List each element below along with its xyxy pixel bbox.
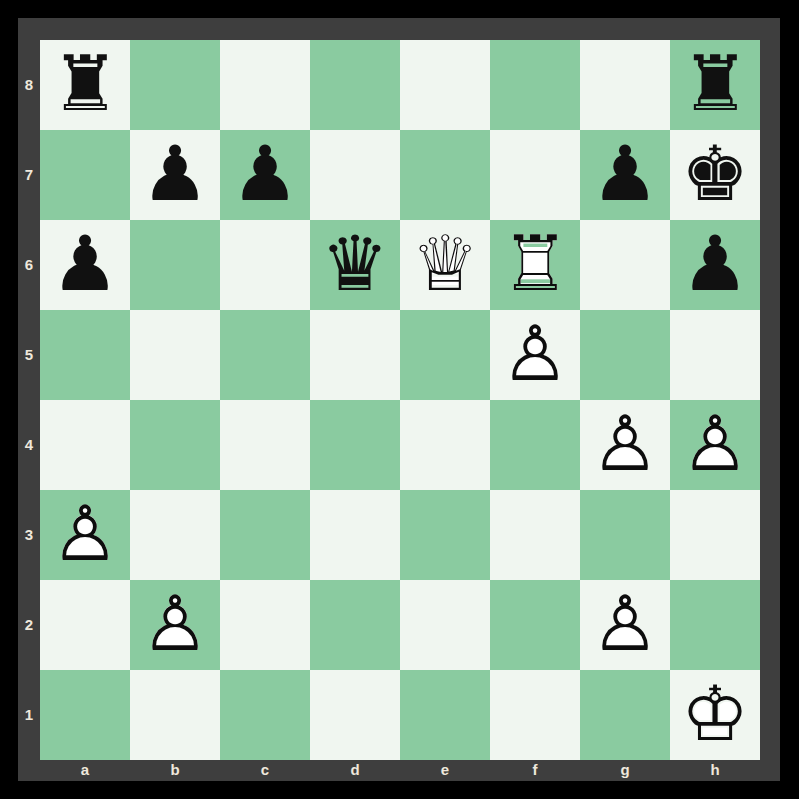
- square-c8[interactable]: [220, 40, 310, 130]
- square-a6[interactable]: ♟: [40, 220, 130, 310]
- square-a4[interactable]: [40, 400, 130, 490]
- square-c1[interactable]: [220, 670, 310, 760]
- white-queen-e6[interactable]: ♛♕: [400, 220, 490, 310]
- white-pawn-a3[interactable]: ♟♙: [40, 490, 130, 580]
- rank-label-4: 4: [18, 400, 40, 490]
- white-rook-f6[interactable]: ♜♖: [490, 220, 580, 310]
- rank-label-7: 7: [18, 130, 40, 220]
- black-piece-glyph: ♟: [670, 220, 760, 310]
- square-b6[interactable]: [130, 220, 220, 310]
- square-e5[interactable]: [400, 310, 490, 400]
- square-f2[interactable]: [490, 580, 580, 670]
- square-h2[interactable]: [670, 580, 760, 670]
- square-b7[interactable]: ♟: [130, 130, 220, 220]
- square-h3[interactable]: [670, 490, 760, 580]
- square-a5[interactable]: [40, 310, 130, 400]
- square-f5[interactable]: ♟♙: [490, 310, 580, 400]
- square-e1[interactable]: [400, 670, 490, 760]
- chess-app-window: ♜♜♟♟♟♚♟♛♛♕♜♖♟♟♙♟♙♟♙♟♙♟♙♟♙♚♔ 87654321abcd…: [0, 0, 799, 799]
- black-piece-glyph: ♛: [310, 220, 400, 310]
- square-h8[interactable]: ♜: [670, 40, 760, 130]
- file-label-a: a: [40, 760, 130, 781]
- black-rook-a8[interactable]: ♜: [40, 40, 130, 130]
- square-d5[interactable]: [310, 310, 400, 400]
- white-piece-outline: ♙: [40, 490, 130, 580]
- white-piece-outline: ♙: [670, 400, 760, 490]
- square-c6[interactable]: [220, 220, 310, 310]
- square-e4[interactable]: [400, 400, 490, 490]
- square-e6[interactable]: ♛♕: [400, 220, 490, 310]
- white-pawn-h4[interactable]: ♟♙: [670, 400, 760, 490]
- square-d4[interactable]: [310, 400, 400, 490]
- white-piece-outline: ♔: [670, 670, 760, 760]
- black-piece-glyph: ♟: [40, 220, 130, 310]
- rank-label-6: 6: [18, 220, 40, 310]
- black-piece-glyph: ♟: [130, 130, 220, 220]
- square-d6[interactable]: ♛: [310, 220, 400, 310]
- rank-label-1: 1: [18, 670, 40, 760]
- black-piece-glyph: ♚: [670, 130, 760, 220]
- square-g6[interactable]: [580, 220, 670, 310]
- white-pawn-g2[interactable]: ♟♙: [580, 580, 670, 670]
- square-e7[interactable]: [400, 130, 490, 220]
- rank-label-8: 8: [18, 40, 40, 130]
- square-c4[interactable]: [220, 400, 310, 490]
- square-g8[interactable]: [580, 40, 670, 130]
- rank-label-5: 5: [18, 310, 40, 400]
- white-piece-outline: ♙: [580, 580, 670, 670]
- square-h1[interactable]: ♚♔: [670, 670, 760, 760]
- square-g2[interactable]: ♟♙: [580, 580, 670, 670]
- file-label-h: h: [670, 760, 760, 781]
- square-b4[interactable]: [130, 400, 220, 490]
- square-c3[interactable]: [220, 490, 310, 580]
- black-piece-glyph: ♟: [220, 130, 310, 220]
- white-pawn-b2[interactable]: ♟♙: [130, 580, 220, 670]
- white-piece-outline: ♕: [400, 220, 490, 310]
- square-h6[interactable]: ♟: [670, 220, 760, 310]
- square-g5[interactable]: [580, 310, 670, 400]
- square-h4[interactable]: ♟♙: [670, 400, 760, 490]
- black-piece-glyph: ♟: [580, 130, 670, 220]
- board: ♜♜♟♟♟♚♟♛♛♕♜♖♟♟♙♟♙♟♙♟♙♟♙♟♙♚♔: [40, 40, 760, 760]
- white-piece-outline: ♙: [490, 310, 580, 400]
- black-pawn-c7[interactable]: ♟: [220, 130, 310, 220]
- black-queen-d6[interactable]: ♛: [310, 220, 400, 310]
- black-pawn-h6[interactable]: ♟: [670, 220, 760, 310]
- square-a7[interactable]: [40, 130, 130, 220]
- square-d3[interactable]: [310, 490, 400, 580]
- square-f8[interactable]: [490, 40, 580, 130]
- square-h7[interactable]: ♚: [670, 130, 760, 220]
- black-piece-glyph: ♜: [40, 40, 130, 130]
- square-b8[interactable]: [130, 40, 220, 130]
- square-b3[interactable]: [130, 490, 220, 580]
- white-pawn-f5[interactable]: ♟♙: [490, 310, 580, 400]
- square-g7[interactable]: ♟: [580, 130, 670, 220]
- file-label-d: d: [310, 760, 400, 781]
- file-label-e: e: [400, 760, 490, 781]
- square-c5[interactable]: [220, 310, 310, 400]
- square-d7[interactable]: [310, 130, 400, 220]
- square-a8[interactable]: ♜: [40, 40, 130, 130]
- square-e2[interactable]: [400, 580, 490, 670]
- white-king-h1[interactable]: ♚♔: [670, 670, 760, 760]
- rank-label-2: 2: [18, 580, 40, 670]
- square-f7[interactable]: [490, 130, 580, 220]
- square-h5[interactable]: [670, 310, 760, 400]
- black-pawn-a6[interactable]: ♟: [40, 220, 130, 310]
- square-f4[interactable]: [490, 400, 580, 490]
- black-piece-glyph: ♜: [670, 40, 760, 130]
- white-piece-outline: ♖: [490, 220, 580, 310]
- file-label-g: g: [580, 760, 670, 781]
- square-e3[interactable]: [400, 490, 490, 580]
- square-b2[interactable]: ♟♙: [130, 580, 220, 670]
- black-rook-h8[interactable]: ♜: [670, 40, 760, 130]
- file-label-c: c: [220, 760, 310, 781]
- square-a3[interactable]: ♟♙: [40, 490, 130, 580]
- square-f6[interactable]: ♜♖: [490, 220, 580, 310]
- file-label-b: b: [130, 760, 220, 781]
- black-pawn-b7[interactable]: ♟: [130, 130, 220, 220]
- white-pawn-g4[interactable]: ♟♙: [580, 400, 670, 490]
- square-g4[interactable]: ♟♙: [580, 400, 670, 490]
- square-g1[interactable]: [580, 670, 670, 760]
- square-e8[interactable]: [400, 40, 490, 130]
- white-piece-outline: ♙: [130, 580, 220, 670]
- square-c2[interactable]: [220, 580, 310, 670]
- file-label-f: f: [490, 760, 580, 781]
- black-king-h7[interactable]: ♚: [670, 130, 760, 220]
- square-b5[interactable]: [130, 310, 220, 400]
- square-d1[interactable]: [310, 670, 400, 760]
- square-f3[interactable]: [490, 490, 580, 580]
- rank-label-3: 3: [18, 490, 40, 580]
- square-g3[interactable]: [580, 490, 670, 580]
- square-d2[interactable]: [310, 580, 400, 670]
- square-c7[interactable]: ♟: [220, 130, 310, 220]
- square-f1[interactable]: [490, 670, 580, 760]
- square-a1[interactable]: [40, 670, 130, 760]
- white-piece-outline: ♙: [580, 400, 670, 490]
- square-d8[interactable]: [310, 40, 400, 130]
- black-pawn-g7[interactable]: ♟: [580, 130, 670, 220]
- square-a2[interactable]: [40, 580, 130, 670]
- square-b1[interactable]: [130, 670, 220, 760]
